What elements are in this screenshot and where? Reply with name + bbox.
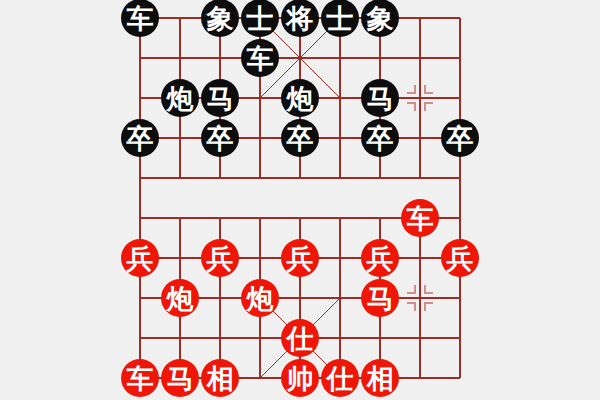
black-general[interactable]: 将 — [281, 0, 319, 37]
black-horse[interactable]: 马 — [361, 79, 399, 117]
black-chariot[interactable]: 车 — [121, 0, 159, 37]
marker-corner — [424, 102, 433, 111]
red-advisor[interactable]: 仕 — [281, 319, 319, 357]
red-general[interactable]: 帅 — [281, 359, 319, 397]
red-cannon[interactable]: 炮 — [241, 279, 279, 317]
black-soldier[interactable]: 卒 — [281, 119, 319, 157]
black-soldier[interactable]: 卒 — [361, 119, 399, 157]
red-advisor[interactable]: 仕 — [321, 359, 359, 397]
black-elephant[interactable]: 象 — [361, 0, 399, 37]
black-chariot[interactable]: 车 — [241, 39, 279, 77]
marker-corner — [424, 85, 433, 94]
black-advisor[interactable]: 士 — [321, 0, 359, 37]
marker-corner — [407, 85, 416, 94]
red-soldier[interactable]: 兵 — [201, 239, 239, 277]
red-soldier[interactable]: 兵 — [361, 239, 399, 277]
red-soldier[interactable]: 兵 — [281, 239, 319, 277]
black-cannon[interactable]: 炮 — [161, 79, 199, 117]
black-soldier[interactable]: 卒 — [441, 119, 479, 157]
marker-corner — [424, 285, 433, 294]
red-elephant[interactable]: 相 — [361, 359, 399, 397]
red-cannon[interactable]: 炮 — [161, 279, 199, 317]
last-move-marker-black — [400, 78, 440, 118]
black-soldier[interactable]: 卒 — [121, 119, 159, 157]
red-elephant[interactable]: 相 — [201, 359, 239, 397]
marker-corner — [407, 302, 416, 311]
red-horse[interactable]: 马 — [161, 359, 199, 397]
black-cannon[interactable]: 炮 — [281, 79, 319, 117]
marker-corner — [407, 102, 416, 111]
marker-corner — [407, 285, 416, 294]
marker-corner — [424, 302, 433, 311]
red-chariot[interactable]: 车 — [401, 199, 439, 237]
red-soldier[interactable]: 兵 — [441, 239, 479, 277]
xiangqi-board: 车象士将士象车炮马炮马卒卒卒卒卒车兵兵兵兵兵炮炮马仕车马相帅仕相 — [0, 0, 600, 400]
red-horse[interactable]: 马 — [361, 279, 399, 317]
black-soldier[interactable]: 卒 — [201, 119, 239, 157]
red-chariot[interactable]: 车 — [121, 359, 159, 397]
black-horse[interactable]: 马 — [201, 79, 239, 117]
black-advisor[interactable]: 士 — [241, 0, 279, 37]
red-soldier[interactable]: 兵 — [121, 239, 159, 277]
last-move-marker-red — [400, 278, 440, 318]
black-elephant[interactable]: 象 — [201, 0, 239, 37]
piece-layer: 车象士将士象车炮马炮马卒卒卒卒卒车兵兵兵兵兵炮炮马仕车马相帅仕相 — [120, 0, 480, 398]
